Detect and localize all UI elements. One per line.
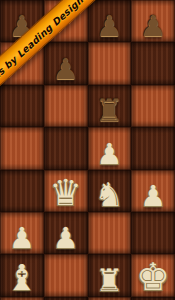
square-r6c3[interactable]: ♚ (131, 254, 175, 296)
square-r4c2[interactable]: ♞ (88, 170, 132, 212)
square-r1c3[interactable] (131, 42, 175, 84)
chess-app-screen: ♟♟♟♟♜♟♛♞♟♟♟♝♜♚ Sets by Leading Designers (0, 0, 175, 300)
square-r2c3[interactable] (131, 85, 175, 127)
square-r4c1[interactable]: ♛ (44, 170, 88, 212)
square-r4c3[interactable]: ♟ (131, 170, 175, 212)
square-r2c0[interactable] (0, 85, 44, 127)
square-r5c1[interactable]: ♟ (44, 212, 88, 254)
square-r6c2[interactable]: ♜ (88, 254, 132, 296)
square-r1c1[interactable]: ♟ (44, 42, 88, 84)
white-queen-icon[interactable]: ♛ (49, 175, 81, 211)
dark-pawn-icon[interactable]: ♟ (53, 55, 79, 84)
white-king-icon[interactable]: ♚ (136, 258, 170, 296)
white-pawn-icon[interactable]: ♟ (53, 224, 79, 253)
square-r5c2[interactable] (88, 212, 132, 254)
square-r3c3[interactable] (131, 127, 175, 169)
square-r5c0[interactable]: ♟ (0, 212, 44, 254)
square-r0c3[interactable]: ♟ (131, 0, 175, 42)
dark-pawn-icon[interactable]: ♟ (96, 12, 122, 41)
dark-rook-icon[interactable]: ♜ (95, 95, 123, 126)
square-r1c2[interactable] (88, 42, 132, 84)
dark-pawn-icon[interactable]: ♟ (140, 12, 166, 41)
square-r0c2[interactable]: ♟ (88, 0, 132, 42)
square-r4c0[interactable] (0, 170, 44, 212)
square-r5c3[interactable] (131, 212, 175, 254)
white-pawn-icon[interactable]: ♟ (140, 182, 166, 211)
square-r2c1[interactable] (44, 85, 88, 127)
square-r3c1[interactable] (44, 127, 88, 169)
square-r3c2[interactable]: ♟ (88, 127, 132, 169)
square-r6c1[interactable] (44, 254, 88, 296)
white-pawn-icon[interactable]: ♟ (9, 224, 35, 253)
white-pawn-icon[interactable]: ♟ (96, 140, 122, 169)
square-r3c0[interactable] (0, 127, 44, 169)
white-knight-icon[interactable]: ♞ (95, 178, 125, 211)
square-r2c2[interactable]: ♜ (88, 85, 132, 127)
white-rook-icon[interactable]: ♜ (95, 265, 123, 296)
white-bishop-icon[interactable]: ♝ (6, 260, 38, 296)
square-r6c0[interactable]: ♝ (0, 254, 44, 296)
